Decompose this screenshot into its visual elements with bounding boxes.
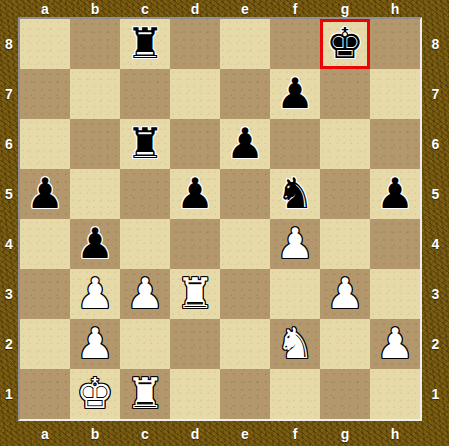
piece-white-pawn[interactable]: ♟ — [320, 269, 370, 319]
file-label-top-a: a — [20, 0, 70, 17]
square-e4[interactable] — [220, 219, 270, 269]
square-b3[interactable]: ♟ — [70, 269, 120, 319]
rank-label-left-6: 6 — [0, 119, 18, 169]
square-h1[interactable] — [370, 369, 420, 419]
piece-black-pawn[interactable]: ♟ — [220, 119, 270, 169]
piece-black-king[interactable]: ♚ — [320, 19, 370, 69]
square-a3[interactable] — [20, 269, 70, 319]
square-d4[interactable] — [170, 219, 220, 269]
file-labels-bottom: abcdefgh — [20, 421, 420, 446]
square-c6[interactable]: ♜ — [120, 119, 170, 169]
file-label-top-h: h — [370, 0, 420, 17]
square-d8[interactable] — [170, 19, 220, 69]
square-f3[interactable] — [270, 269, 320, 319]
square-e2[interactable] — [220, 319, 270, 369]
file-label-top-e: e — [220, 0, 270, 17]
square-e7[interactable] — [220, 69, 270, 119]
square-g5[interactable] — [320, 169, 370, 219]
rank-labels-left: 87654321 — [0, 19, 18, 419]
square-a8[interactable] — [20, 19, 70, 69]
square-f1[interactable] — [270, 369, 320, 419]
board: ♜♚♟♜♟♟♟♞♟♟♟♟♟♜♟♟♞♟♚♜ — [18, 17, 422, 421]
file-label-top-g: g — [320, 0, 370, 17]
rank-label-left-1: 1 — [0, 369, 18, 419]
rank-label-right-2: 2 — [422, 319, 449, 369]
square-e8[interactable] — [220, 19, 270, 69]
square-d1[interactable] — [170, 369, 220, 419]
file-label-bottom-f: f — [270, 421, 320, 446]
rank-label-right-5: 5 — [422, 169, 449, 219]
square-e3[interactable] — [220, 269, 270, 319]
file-labels-top: abcdefgh — [20, 0, 420, 17]
square-g6[interactable] — [320, 119, 370, 169]
square-h5[interactable]: ♟ — [370, 169, 420, 219]
piece-black-pawn[interactable]: ♟ — [70, 219, 120, 269]
square-g8[interactable]: ♚ — [320, 19, 370, 69]
square-h7[interactable] — [370, 69, 420, 119]
piece-white-pawn[interactable]: ♟ — [120, 269, 170, 319]
square-f2[interactable]: ♞ — [270, 319, 320, 369]
rank-label-right-1: 1 — [422, 369, 449, 419]
square-b4[interactable]: ♟ — [70, 219, 120, 269]
piece-white-pawn[interactable]: ♟ — [370, 319, 420, 369]
square-h4[interactable] — [370, 219, 420, 269]
rank-label-left-7: 7 — [0, 69, 18, 119]
piece-white-rook[interactable]: ♜ — [170, 269, 220, 319]
square-d5[interactable]: ♟ — [170, 169, 220, 219]
piece-black-pawn[interactable]: ♟ — [170, 169, 220, 219]
square-a2[interactable] — [20, 319, 70, 369]
piece-black-rook[interactable]: ♜ — [120, 19, 170, 69]
square-c3[interactable]: ♟ — [120, 269, 170, 319]
square-c1[interactable]: ♜ — [120, 369, 170, 419]
file-label-bottom-d: d — [170, 421, 220, 446]
square-b6[interactable] — [70, 119, 120, 169]
rank-label-right-7: 7 — [422, 69, 449, 119]
square-b1[interactable]: ♚ — [70, 369, 120, 419]
square-d2[interactable] — [170, 319, 220, 369]
square-a5[interactable]: ♟ — [20, 169, 70, 219]
file-label-top-c: c — [120, 0, 170, 17]
piece-white-king[interactable]: ♚ — [70, 369, 120, 419]
piece-black-pawn[interactable]: ♟ — [370, 169, 420, 219]
square-c7[interactable] — [120, 69, 170, 119]
file-label-bottom-e: e — [220, 421, 270, 446]
square-c2[interactable] — [120, 319, 170, 369]
rank-label-left-5: 5 — [0, 169, 18, 219]
square-e1[interactable] — [220, 369, 270, 419]
square-d7[interactable] — [170, 69, 220, 119]
rank-label-left-8: 8 — [0, 19, 18, 69]
square-g4[interactable] — [320, 219, 370, 269]
rank-label-left-4: 4 — [0, 219, 18, 269]
square-g2[interactable] — [320, 319, 370, 369]
piece-white-pawn[interactable]: ♟ — [70, 319, 120, 369]
file-label-bottom-b: b — [70, 421, 120, 446]
square-h6[interactable] — [370, 119, 420, 169]
square-f6[interactable] — [270, 119, 320, 169]
square-d6[interactable] — [170, 119, 220, 169]
square-a4[interactable] — [20, 219, 70, 269]
square-h8[interactable] — [370, 19, 420, 69]
piece-black-rook[interactable]: ♜ — [120, 119, 170, 169]
square-b8[interactable] — [70, 19, 120, 69]
square-b7[interactable] — [70, 69, 120, 119]
file-label-top-d: d — [170, 0, 220, 17]
piece-white-rook[interactable]: ♜ — [120, 369, 170, 419]
rank-label-left-2: 2 — [0, 319, 18, 369]
file-label-bottom-g: g — [320, 421, 370, 446]
square-c8[interactable]: ♜ — [120, 19, 170, 69]
square-b2[interactable]: ♟ — [70, 319, 120, 369]
file-label-bottom-a: a — [20, 421, 70, 446]
piece-black-knight[interactable]: ♞ — [270, 169, 320, 219]
square-d3[interactable]: ♜ — [170, 269, 220, 319]
piece-black-pawn[interactable]: ♟ — [20, 169, 70, 219]
file-label-top-f: f — [270, 0, 320, 17]
rank-labels-right: 87654321 — [422, 19, 449, 419]
square-f5[interactable]: ♞ — [270, 169, 320, 219]
rank-label-right-8: 8 — [422, 19, 449, 69]
square-a6[interactable] — [20, 119, 70, 169]
square-a7[interactable] — [20, 69, 70, 119]
chess-board-window: abcdefgh abcdefgh 87654321 87654321 ♜♚♟♜… — [0, 0, 449, 446]
square-g3[interactable]: ♟ — [320, 269, 370, 319]
file-label-top-b: b — [70, 0, 120, 17]
rank-label-left-3: 3 — [0, 269, 18, 319]
rank-label-right-6: 6 — [422, 119, 449, 169]
square-f4[interactable]: ♟ — [270, 219, 320, 269]
square-a1[interactable] — [20, 369, 70, 419]
square-g7[interactable] — [320, 69, 370, 119]
piece-black-pawn[interactable]: ♟ — [270, 69, 320, 119]
rank-label-right-3: 3 — [422, 269, 449, 319]
square-g1[interactable] — [320, 369, 370, 419]
file-label-bottom-h: h — [370, 421, 420, 446]
square-e6[interactable]: ♟ — [220, 119, 270, 169]
square-f8[interactable] — [270, 19, 320, 69]
file-label-bottom-c: c — [120, 421, 170, 446]
piece-white-knight[interactable]: ♞ — [270, 319, 320, 369]
square-c5[interactable] — [120, 169, 170, 219]
rank-label-right-4: 4 — [422, 219, 449, 269]
piece-white-pawn[interactable]: ♟ — [270, 219, 320, 269]
square-h2[interactable]: ♟ — [370, 319, 420, 369]
square-c4[interactable] — [120, 219, 170, 269]
square-e5[interactable] — [220, 169, 270, 219]
square-f7[interactable]: ♟ — [270, 69, 320, 119]
square-b5[interactable] — [70, 169, 120, 219]
piece-white-pawn[interactable]: ♟ — [70, 269, 120, 319]
square-h3[interactable] — [370, 269, 420, 319]
